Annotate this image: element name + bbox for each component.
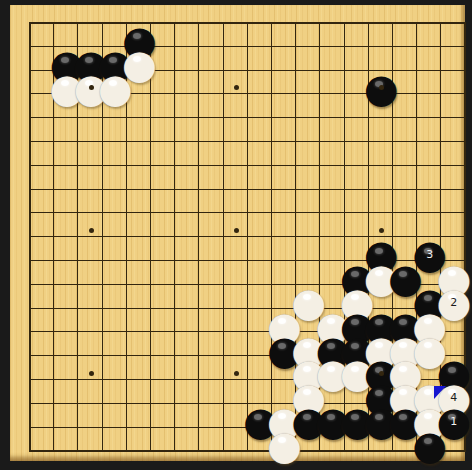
board-point[interactable]: ● xyxy=(103,76,127,100)
black-stone: ● xyxy=(418,433,442,457)
white-stone: ● xyxy=(103,76,127,100)
star-point xyxy=(89,228,94,233)
board-point[interactable]: ● xyxy=(418,433,442,457)
star-point xyxy=(234,228,239,233)
white-stone: ● xyxy=(272,433,296,457)
star-point xyxy=(379,371,384,376)
star-point xyxy=(234,371,239,376)
star-point xyxy=(89,371,94,376)
board-point[interactable]: ● xyxy=(272,433,296,457)
go-app-window: ●●●●●●●●●●●3●●●●●●●●2●●●●●●●●●●●●●●●●●●●… xyxy=(0,0,472,470)
blue-triangle-marker xyxy=(434,386,446,399)
